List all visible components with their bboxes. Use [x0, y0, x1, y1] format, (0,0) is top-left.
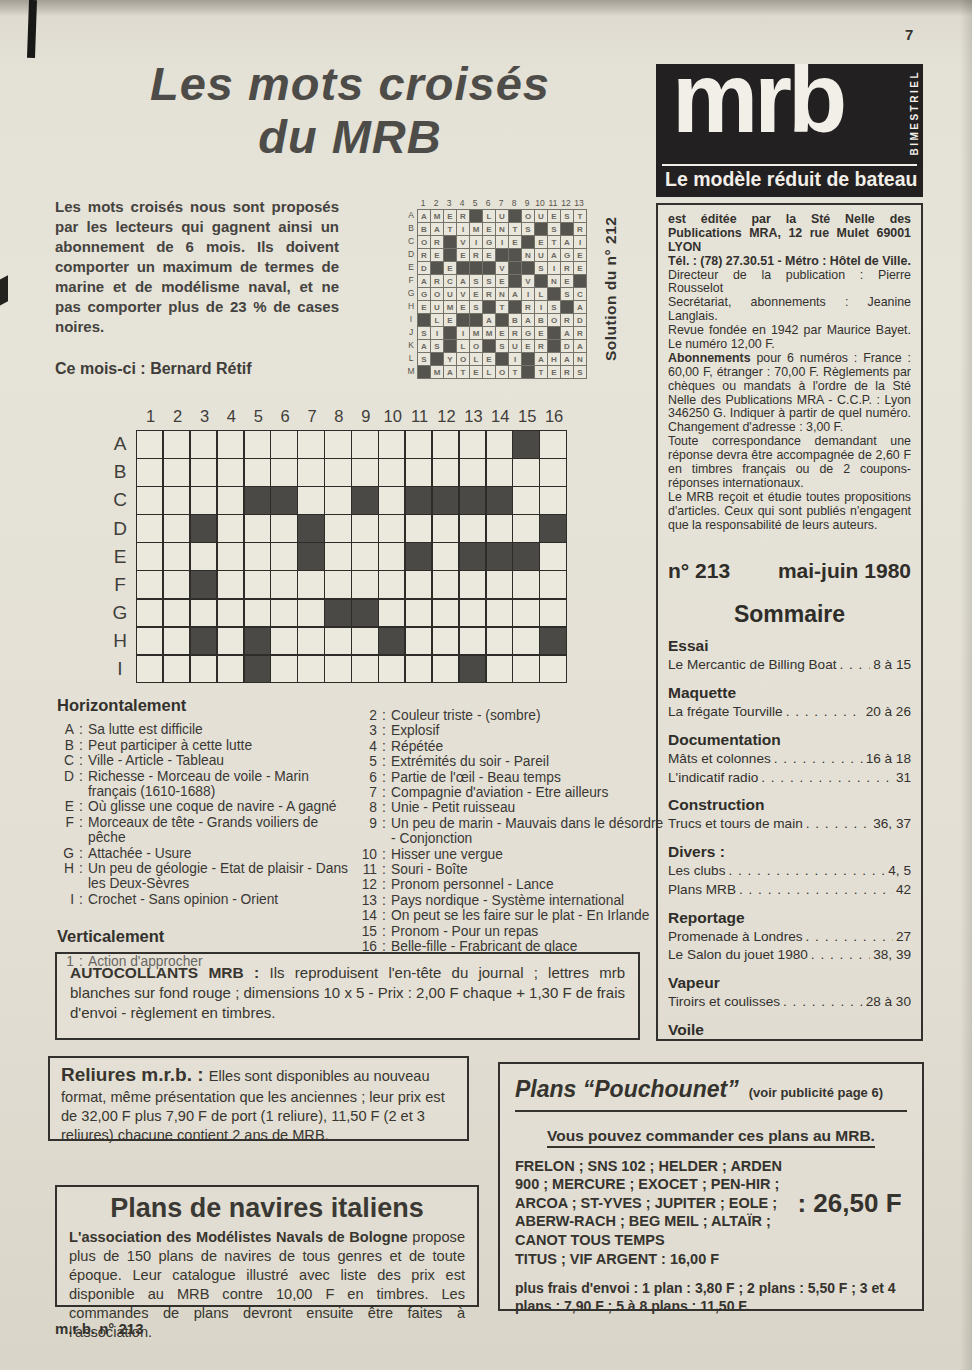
col-label: 4 — [456, 198, 468, 209]
letter-cell: O — [548, 314, 560, 326]
letter-cell: N — [574, 353, 586, 365]
letter-cell: M — [431, 366, 443, 378]
text-segment: Secrétariat, abonnements : Jeanine Langl… — [668, 295, 911, 323]
empty-cell — [298, 487, 323, 514]
letter-cell: S — [548, 223, 560, 235]
letter-cell: I — [509, 353, 521, 365]
letter-cell: E — [561, 275, 573, 287]
letter-cell: A — [561, 236, 573, 248]
letter-cell: U — [444, 288, 456, 300]
empty-cell — [164, 515, 189, 542]
letter-cell: S — [418, 327, 430, 339]
text-segment: Toute correspondance demandant une répon… — [668, 434, 911, 490]
empty-cell — [433, 628, 458, 655]
row-label: H — [406, 300, 416, 312]
text-segment: Directeur de la publication : Pierre Rou… — [668, 268, 911, 296]
paragraph: Tél. : (78) 27.30.51 - Métro : Hôtel de … — [668, 255, 911, 269]
empty-cell — [513, 628, 538, 655]
empty-cell — [460, 571, 485, 598]
empty-cell — [325, 515, 350, 542]
puzzle-byline: Ce mois-ci : Bernard Rétif — [55, 360, 251, 378]
empty-cell — [433, 656, 458, 683]
empty-cell — [137, 628, 162, 655]
col-label: 5 — [469, 198, 481, 209]
letter-cell: N — [522, 249, 534, 261]
letter-cell: E — [457, 301, 469, 313]
letter-cell: A — [444, 366, 456, 378]
letter-cell: A — [561, 353, 573, 365]
black-cell — [548, 288, 560, 300]
empty-cell — [487, 600, 512, 627]
pouchounet-box: Plans “Pouchounet” (voir publicité page … — [498, 1062, 924, 1311]
letter-cell: R — [457, 210, 469, 222]
scan-shadow-top — [0, 0, 972, 16]
empty-cell — [433, 431, 458, 458]
empty-cell — [164, 431, 189, 458]
pouchounet-plans-list: FRELON ; SNS 102 ; HELDER ; ARDEN 900 ; … — [515, 1157, 792, 1249]
letter-cell: D — [418, 262, 430, 274]
col-label: 1 — [417, 198, 429, 209]
letter-cell: D — [574, 314, 586, 326]
black-cell — [513, 431, 538, 458]
horizontal-clues-header: Horizontalement — [57, 698, 359, 713]
empty-cell — [352, 515, 377, 542]
empty-cell — [325, 543, 350, 570]
solution-grid: AMERLUOUESTBATIMENTSSRORVIGIEETAIREERENU… — [417, 209, 587, 379]
empty-cell — [352, 543, 377, 570]
letter-cell: R — [561, 262, 573, 274]
empty-cell — [379, 571, 404, 598]
paragraph: Revue fondée en 1942 par Maurice Bayet. … — [668, 324, 911, 352]
letter-cell: C — [574, 288, 586, 300]
title-line1: Les mots croisés — [80, 58, 620, 111]
black-cell — [191, 628, 216, 655]
row-label: G — [406, 287, 416, 299]
empty-cell — [325, 628, 350, 655]
sommaire-entry: Trucs et tours de main36, 37 — [668, 815, 911, 834]
empty-cell — [487, 656, 512, 683]
reliures-box: Reliures m.r.b. : Elles sont disponibles… — [48, 1056, 469, 1141]
black-cell — [433, 487, 458, 514]
black-cell — [509, 301, 521, 313]
empty-cell — [325, 431, 350, 458]
black-cell — [574, 275, 586, 287]
clue: 3:Explosif — [360, 723, 670, 738]
letter-cell: O — [470, 340, 482, 352]
letter-cell: E — [444, 314, 456, 326]
black-cell — [509, 262, 521, 274]
empty-cell — [513, 656, 538, 683]
letter-cell: T — [496, 301, 508, 313]
black-cell — [406, 487, 431, 514]
black-cell — [522, 366, 534, 378]
empty-cell — [487, 628, 512, 655]
masthead-frequency: BIMESTRIEL — [909, 70, 920, 156]
black-cell — [191, 515, 216, 542]
letter-cell: A — [522, 314, 534, 326]
vertical-clues-header: Verticalement — [57, 929, 359, 944]
empty-cell — [513, 487, 538, 514]
puzzle-intro: Les mots croisés nous sont proposés par … — [55, 197, 339, 337]
page-footer: m.r.b. n° 213 — [55, 1320, 144, 1337]
sommaire-section-header: Divers : — [668, 843, 911, 861]
letter-cell: E — [522, 340, 534, 352]
sommaire-section-header: Maquette — [668, 684, 911, 702]
empty-cell — [513, 600, 538, 627]
paragraph: est éditée par la Sté Nelle des Publicat… — [668, 213, 911, 255]
letter-cell: E — [483, 353, 495, 365]
empty-cell — [325, 571, 350, 598]
empty-cell — [298, 656, 323, 683]
empty-cell — [271, 459, 296, 486]
letter-cell: T — [548, 236, 560, 248]
col-label: 7 — [299, 407, 324, 426]
clue: 12:Pronom personnel - Lance — [360, 877, 670, 892]
empty-cell — [379, 656, 404, 683]
crossword-grid — [136, 430, 567, 683]
letter-cell: S — [483, 275, 495, 287]
row-label: F — [406, 274, 416, 286]
black-cell — [522, 353, 534, 365]
letter-cell: L — [535, 288, 547, 300]
letter-cell: A — [431, 223, 443, 235]
letter-cell: V — [457, 288, 469, 300]
pouchounet-order-line: Vous pouvez commander ces plans au MRB. — [515, 1127, 907, 1145]
black-cell — [379, 628, 404, 655]
empty-cell — [325, 459, 350, 486]
row-label: J — [406, 326, 416, 338]
empty-cell — [379, 600, 404, 627]
empty-cell — [245, 543, 270, 570]
row-label: E — [406, 261, 416, 273]
col-label: 11 — [407, 407, 432, 426]
black-cell — [470, 210, 482, 222]
black-cell — [325, 600, 350, 627]
black-cell — [298, 515, 323, 542]
col-label: 1 — [138, 407, 163, 426]
empty-cell — [245, 459, 270, 486]
mrb-logo: mrb — [672, 64, 843, 156]
clue: F:Morceaux de tête - Grands voiliers de … — [57, 815, 359, 846]
letter-cell: E — [496, 327, 508, 339]
empty-cell — [218, 656, 243, 683]
letter-cell: A — [418, 210, 430, 222]
row-label: B — [110, 459, 130, 486]
black-cell — [496, 249, 508, 261]
letter-cell: R — [483, 288, 495, 300]
black-cell — [509, 249, 521, 261]
letter-cell: I — [522, 288, 534, 300]
letter-cell: E — [431, 249, 443, 261]
letter-cell: I — [574, 236, 586, 248]
clue: 4:Répétée — [360, 739, 670, 754]
col-label: 2 — [165, 407, 190, 426]
empty-cell — [513, 515, 538, 542]
sommaire-entry: Mâts et colonnes16 à 18 — [668, 750, 911, 769]
row-label: I — [406, 313, 416, 325]
solution-caption: Solution du n° 212 — [600, 200, 622, 378]
magazine-page: 7 Les mots croisés du MRB Les mots crois… — [0, 0, 972, 1370]
row-label: D — [406, 248, 416, 260]
letter-cell: R — [522, 301, 534, 313]
letter-cell: S — [561, 210, 573, 222]
empty-cell — [164, 571, 189, 598]
empty-cell — [218, 628, 243, 655]
letter-cell: U — [509, 340, 521, 352]
empty-cell — [218, 571, 243, 598]
sommaire-entry: L'indicatif radio31 — [668, 769, 911, 788]
black-cell — [444, 340, 456, 352]
letter-cell: E — [548, 210, 560, 222]
page-number: 7 — [905, 26, 913, 43]
empty-cell — [271, 543, 296, 570]
black-cell — [245, 487, 270, 514]
letter-cell: D — [561, 340, 573, 352]
black-cell — [483, 301, 495, 313]
empty-cell — [164, 487, 189, 514]
empty-cell — [191, 431, 216, 458]
empty-cell — [245, 600, 270, 627]
empty-cell — [487, 571, 512, 598]
sommaire-section-header: Reportage — [668, 909, 911, 927]
text-segment: est éditée par la Sté Nelle des Publicat… — [668, 212, 911, 254]
empty-cell — [245, 431, 270, 458]
empty-cell — [298, 628, 323, 655]
empty-cell — [191, 543, 216, 570]
clue: 13:Pays nordique - Système international — [360, 893, 670, 908]
black-cell — [418, 366, 430, 378]
letter-cell: E — [535, 236, 547, 248]
empty-cell — [164, 628, 189, 655]
empty-cell — [379, 487, 404, 514]
letter-cell: A — [548, 249, 560, 261]
empty-cell — [137, 571, 162, 598]
publication-info: est éditée par la Sté Nelle des Publicat… — [668, 213, 911, 532]
clue: 10:Hisser une vergue — [360, 847, 670, 862]
letter-cell: E — [548, 366, 560, 378]
sommaire-section-header: Vapeur — [668, 974, 911, 992]
empty-cell — [218, 487, 243, 514]
empty-cell — [271, 571, 296, 598]
empty-cell — [540, 431, 565, 458]
clue: 5:Extrémités du soir - Pareil — [360, 754, 670, 769]
letter-cell: S — [561, 288, 573, 300]
clue: H:Un peu de géologie - Etat de plaisir -… — [57, 861, 359, 892]
letter-cell: E — [483, 249, 495, 261]
empty-cell — [513, 459, 538, 486]
empty-cell — [191, 656, 216, 683]
black-cell — [548, 327, 560, 339]
black-cell — [522, 262, 534, 274]
vertical-clues-list: 2:Couleur triste - (sombre)3:Explosif4:R… — [360, 708, 670, 955]
empty-cell — [487, 459, 512, 486]
letter-cell: G — [561, 249, 573, 261]
empty-cell — [406, 628, 431, 655]
col-label: 4 — [219, 407, 244, 426]
letter-cell: S — [418, 353, 430, 365]
issue-line: n° 213 mai-juin 1980 — [668, 559, 911, 583]
clue: A:Sa lutte est difficile — [57, 722, 359, 737]
sommaire-section-header: Essai — [668, 637, 911, 655]
col-label: 13 — [573, 198, 585, 209]
col-label: 5 — [246, 407, 271, 426]
empty-cell — [218, 600, 243, 627]
letter-cell: T — [509, 223, 521, 235]
letter-cell: O — [457, 353, 469, 365]
letter-cell: I — [548, 262, 560, 274]
letter-cell: A — [457, 275, 469, 287]
col-label: 2 — [430, 198, 442, 209]
letter-cell: R — [418, 249, 430, 261]
empty-cell — [164, 459, 189, 486]
empty-cell — [460, 459, 485, 486]
letter-cell: E — [483, 223, 495, 235]
empty-cell — [487, 431, 512, 458]
row-label: B — [406, 222, 416, 234]
black-cell — [271, 487, 296, 514]
letter-cell: A — [483, 314, 495, 326]
col-label: 10 — [380, 407, 405, 426]
empty-cell — [379, 459, 404, 486]
col-label: 9 — [353, 407, 378, 426]
empty-cell — [460, 600, 485, 627]
masthead-tagline: Le modèle réduit de bateau — [662, 164, 917, 194]
sommaire-entry: Promenade à Londres27 — [668, 928, 911, 947]
black-cell — [245, 656, 270, 683]
black-cell — [487, 487, 512, 514]
row-label: M — [406, 365, 416, 377]
empty-cell — [540, 487, 565, 514]
letter-cell: B — [418, 223, 430, 235]
col-label: 11 — [547, 198, 559, 209]
clue: E:Où glisse une coque de navire - A gagn… — [57, 799, 359, 814]
letter-cell: A — [574, 340, 586, 352]
letter-cell: Y — [444, 353, 456, 365]
empty-cell — [540, 656, 565, 683]
sommaire-section-header: Voile — [668, 1021, 911, 1039]
col-label: 3 — [443, 198, 455, 209]
sommaire-entry: Le Mercantic de Billing Boat8 à 15 — [668, 656, 911, 675]
black-cell — [540, 515, 565, 542]
col-label: 6 — [272, 407, 297, 426]
letter-cell: N — [496, 223, 508, 235]
letter-cell: U — [496, 210, 508, 222]
empty-cell — [433, 459, 458, 486]
sommaire-entry: Le Salon du jouet 198038, 39 — [668, 946, 911, 965]
black-cell — [298, 543, 323, 570]
letter-cell: O — [496, 366, 508, 378]
letter-cell: R — [561, 314, 573, 326]
empty-cell — [164, 600, 189, 627]
letter-cell: E — [457, 249, 469, 261]
clue: 15:Pronom - Pour un repas — [360, 924, 670, 939]
letter-cell: R — [561, 366, 573, 378]
clue: 7:Compagnie d'aviation - Etre ailleurs — [360, 785, 670, 800]
letter-cell: M — [470, 223, 482, 235]
letter-cell: T — [457, 366, 469, 378]
empty-cell — [164, 656, 189, 683]
black-cell — [509, 210, 521, 222]
empty-cell — [137, 656, 162, 683]
empty-cell — [271, 515, 296, 542]
empty-cell — [433, 571, 458, 598]
letter-cell: E — [418, 301, 430, 313]
black-cell — [352, 487, 377, 514]
clue: 8:Unie - Petit ruisseau — [360, 800, 670, 815]
empty-cell — [460, 431, 485, 458]
letter-cell: R — [431, 275, 443, 287]
empty-cell — [433, 543, 458, 570]
col-label: 16 — [541, 407, 566, 426]
clue: 6:Partie de l'œil - Beau temps — [360, 770, 670, 785]
letter-cell: A — [418, 340, 430, 352]
black-cell — [457, 314, 469, 326]
horizontal-clues-list: A:Sa lutte est difficileB:Peut participe… — [57, 722, 359, 907]
black-cell — [406, 543, 431, 570]
letter-cell: E — [444, 210, 456, 222]
empty-cell — [540, 571, 565, 598]
black-cell — [496, 353, 508, 365]
clues-column-left: Horizontalement A:Sa lutte est difficile… — [57, 698, 359, 969]
paragraph: Abonnements pour 6 numéros : France : 60… — [668, 352, 911, 435]
letter-cell: S — [574, 366, 586, 378]
row-label: C — [406, 235, 416, 247]
letter-cell: S — [522, 223, 534, 235]
empty-cell — [460, 628, 485, 655]
black-cell — [444, 236, 456, 248]
sommaire-title: Sommaire — [668, 601, 911, 628]
empty-cell — [218, 431, 243, 458]
letter-cell: T — [509, 366, 521, 378]
empty-cell — [406, 431, 431, 458]
mrb-masthead: mrb BIMESTRIEL Le modèle réduit de batea… — [656, 64, 923, 197]
empty-cell — [298, 459, 323, 486]
empty-cell — [271, 431, 296, 458]
plans-italiens-title: Plans de navires italiens — [69, 1193, 465, 1224]
empty-cell — [325, 656, 350, 683]
row-label: E — [110, 543, 130, 570]
pouchounet-title-row: Plans “Pouchounet” (voir publicité page … — [515, 1076, 907, 1112]
sommaire-entry: Voilier RC de 40 cm32, 33 — [668, 1040, 911, 1041]
sommaire-section-header: Documentation — [668, 731, 911, 749]
black-cell — [245, 628, 270, 655]
col-label: 12 — [560, 198, 572, 209]
empty-cell — [406, 656, 431, 683]
letter-cell: A — [509, 288, 521, 300]
letter-cell: E — [574, 262, 586, 274]
empty-cell — [433, 600, 458, 627]
letter-cell: M — [431, 210, 443, 222]
col-label: 10 — [534, 198, 546, 209]
empty-cell — [298, 431, 323, 458]
black-cell — [535, 223, 547, 235]
col-label: 7 — [495, 198, 507, 209]
empty-cell — [218, 543, 243, 570]
letter-cell: E — [509, 236, 521, 248]
main-grid-col-labels: 12345678910111213141516 — [138, 407, 567, 426]
sommaire: EssaiLe Mercantic de Billing Boat8 à 15M… — [668, 637, 911, 1041]
empty-cell — [352, 628, 377, 655]
black-cell — [540, 628, 565, 655]
letter-cell: G — [483, 236, 495, 248]
black-cell — [535, 275, 547, 287]
black-cell — [431, 262, 443, 274]
letter-cell: V — [496, 262, 508, 274]
empty-cell — [325, 487, 350, 514]
empty-cell — [137, 431, 162, 458]
letter-cell: O — [431, 288, 443, 300]
letter-cell: E — [535, 327, 547, 339]
